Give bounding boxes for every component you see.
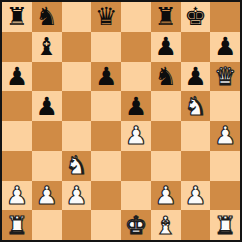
square-h3[interactable]: [210, 151, 240, 181]
square-a1[interactable]: ♜: [2, 210, 32, 240]
square-d7[interactable]: [91, 32, 121, 62]
white-pawn-icon: ♟: [6, 183, 28, 208]
square-e1[interactable]: ♚: [121, 210, 151, 240]
black-bishop-icon: ♝: [35, 34, 57, 59]
square-f4[interactable]: [151, 121, 181, 151]
black-rook-icon: ♜: [6, 4, 28, 29]
square-b1[interactable]: [32, 210, 62, 240]
square-d1[interactable]: [91, 210, 121, 240]
square-f6[interactable]: ♞: [151, 62, 181, 92]
square-f5[interactable]: [151, 91, 181, 121]
square-a7[interactable]: [2, 32, 32, 62]
square-d6[interactable]: ♟: [91, 62, 121, 92]
black-pawn-icon: ♟: [214, 34, 236, 59]
white-pawn-icon: ♟: [125, 123, 147, 148]
black-pawn-icon: ♟: [95, 64, 117, 89]
square-b6[interactable]: [32, 62, 62, 92]
square-e8[interactable]: [121, 2, 151, 32]
square-d3[interactable]: [91, 151, 121, 181]
square-f8[interactable]: ♜: [151, 2, 181, 32]
square-f3[interactable]: [151, 151, 181, 181]
square-c7[interactable]: [62, 32, 92, 62]
square-e5[interactable]: ♟: [121, 91, 151, 121]
square-b5[interactable]: ♟: [32, 91, 62, 121]
white-pawn-icon: ♟: [154, 183, 176, 208]
square-c5[interactable]: [62, 91, 92, 121]
square-h6[interactable]: ♛: [210, 62, 240, 92]
square-a2[interactable]: ♟: [2, 181, 32, 211]
square-d2[interactable]: [91, 181, 121, 211]
square-c6[interactable]: [62, 62, 92, 92]
square-c4[interactable]: [62, 121, 92, 151]
black-pawn-icon: ♟: [184, 64, 206, 89]
white-rook-icon: ♜: [6, 213, 28, 238]
white-pawn-icon: ♟: [65, 183, 87, 208]
square-d5[interactable]: [91, 91, 121, 121]
white-rook-icon: ♜: [214, 213, 236, 238]
square-c2[interactable]: ♟: [62, 181, 92, 211]
square-g2[interactable]: ♟: [181, 181, 211, 211]
square-e3[interactable]: [121, 151, 151, 181]
square-g4[interactable]: [181, 121, 211, 151]
square-g7[interactable]: [181, 32, 211, 62]
square-b3[interactable]: [32, 151, 62, 181]
black-rook-icon: ♜: [154, 4, 176, 29]
square-b8[interactable]: ♞: [32, 2, 62, 32]
square-g5[interactable]: ♞: [181, 91, 211, 121]
square-e2[interactable]: [121, 181, 151, 211]
chess-board: ♜♞♛♜♚♝♟♟♟♟♞♟♛♟♟♞♟♟♞♟♟♟♟♟♜♚♝♜: [0, 0, 242, 242]
white-king-icon: ♚: [125, 213, 147, 238]
square-b2[interactable]: ♟: [32, 181, 62, 211]
black-pawn-icon: ♟: [125, 94, 147, 119]
square-h5[interactable]: [210, 91, 240, 121]
white-pawn-icon: ♟: [184, 183, 206, 208]
black-pawn-icon: ♟: [154, 34, 176, 59]
white-queen-icon: ♛: [214, 64, 236, 89]
black-queen-icon: ♛: [95, 4, 117, 29]
square-f1[interactable]: ♝: [151, 210, 181, 240]
square-b4[interactable]: [32, 121, 62, 151]
white-knight-icon: ♞: [65, 153, 87, 178]
black-pawn-icon: ♟: [6, 64, 28, 89]
square-e7[interactable]: [121, 32, 151, 62]
square-f2[interactable]: ♟: [151, 181, 181, 211]
square-a4[interactable]: [2, 121, 32, 151]
square-b7[interactable]: ♝: [32, 32, 62, 62]
black-pawn-icon: ♟: [35, 94, 57, 119]
square-a8[interactable]: ♜: [2, 2, 32, 32]
square-h1[interactable]: ♜: [210, 210, 240, 240]
square-c1[interactable]: [62, 210, 92, 240]
black-knight-icon: ♞: [35, 4, 57, 29]
square-c3[interactable]: ♞: [62, 151, 92, 181]
square-e6[interactable]: [121, 62, 151, 92]
square-g8[interactable]: ♚: [181, 2, 211, 32]
square-d8[interactable]: ♛: [91, 2, 121, 32]
square-h4[interactable]: ♟: [210, 121, 240, 151]
square-e4[interactable]: ♟: [121, 121, 151, 151]
white-pawn-icon: ♟: [214, 123, 236, 148]
white-knight-icon: ♞: [184, 94, 206, 119]
square-d4[interactable]: [91, 121, 121, 151]
square-a5[interactable]: [2, 91, 32, 121]
square-g1[interactable]: [181, 210, 211, 240]
square-h7[interactable]: ♟: [210, 32, 240, 62]
square-a3[interactable]: [2, 151, 32, 181]
black-knight-icon: ♞: [154, 64, 176, 89]
square-g3[interactable]: [181, 151, 211, 181]
white-bishop-icon: ♝: [154, 213, 176, 238]
white-pawn-icon: ♟: [35, 183, 57, 208]
black-king-icon: ♚: [184, 4, 206, 29]
square-c8[interactable]: [62, 2, 92, 32]
square-h2[interactable]: [210, 181, 240, 211]
square-h8[interactable]: [210, 2, 240, 32]
square-a6[interactable]: ♟: [2, 62, 32, 92]
square-f7[interactable]: ♟: [151, 32, 181, 62]
square-g6[interactable]: ♟: [181, 62, 211, 92]
